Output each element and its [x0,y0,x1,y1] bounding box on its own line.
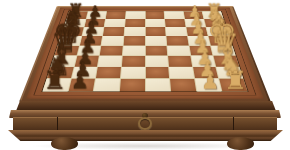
square-f3[interactable] [166,27,187,35]
bun-foot-left [51,137,78,150]
piece-white-pawn[interactable]: ♟ [201,74,219,93]
square-e4[interactable] [145,36,166,45]
square-a1[interactable]: ♜ [220,79,248,92]
square-a8[interactable]: ♜ [42,79,70,92]
piece-black-rook[interactable]: ♜ [43,69,66,93]
board-frame-burl-border: ♜♟♟♜♞♟♟♞♝♟♟♝♚♟♟♚♛♟♟♛♝♟♟♝♞♟♟♞♜♟♟♜ [26,8,264,99]
square-e3[interactable] [167,36,189,45]
chess-set-scene: ♜♟♟♜♞♟♟♞♝♟♟♝♚♟♟♚♛♟♟♛♝♟♟♝♞♟♟♞♜♟♟♜ [0,0,290,150]
square-g3[interactable] [165,19,185,27]
square-d4[interactable] [145,46,167,56]
square-e6[interactable] [102,36,124,45]
square-g6[interactable] [105,19,125,27]
square-a3[interactable] [170,79,196,92]
square-e5[interactable] [124,36,145,45]
square-b4[interactable] [145,67,169,79]
square-b6[interactable] [96,67,121,79]
square-c6[interactable] [98,56,122,67]
square-f4[interactable] [145,27,165,35]
square-g4[interactable] [145,19,165,27]
piece-black-pawn[interactable]: ♟ [71,74,89,93]
square-f6[interactable] [103,27,124,35]
square-h4[interactable] [145,11,164,18]
square-a4[interactable] [145,79,170,92]
square-b3[interactable] [169,67,194,79]
piece-white-rook[interactable]: ♜ [224,69,247,93]
square-d5[interactable] [123,46,145,56]
square-d3[interactable] [167,46,190,56]
square-b5[interactable] [121,67,145,79]
square-a2[interactable]: ♟ [195,79,222,92]
chess-board: ♜♟♟♜♞♟♟♞♝♟♟♝♚♟♟♚♛♟♟♛♝♟♟♝♞♟♟♞♜♟♟♜ [19,6,271,102]
square-a5[interactable] [120,79,145,92]
square-h3[interactable] [164,11,184,18]
drawer-front[interactable] [13,117,277,132]
square-a7[interactable]: ♟ [68,79,95,92]
drawer-ring-pull[interactable] [137,112,153,132]
square-h6[interactable] [106,11,126,18]
square-d6[interactable] [100,46,123,56]
bun-foot-right [227,137,254,150]
board-perspective-scene: ♜♟♟♜♞♟♟♞♝♟♟♝♚♟♟♚♛♟♟♛♝♟♟♝♞♟♟♞♜♟♟♜ [0,0,290,102]
square-h5[interactable] [126,11,145,18]
square-c3[interactable] [168,56,192,67]
drawer-seam-left [57,117,58,132]
square-c4[interactable] [145,56,168,67]
square-c5[interactable] [122,56,145,67]
board-grid: ♜♟♟♜♞♟♟♞♝♟♟♝♚♟♟♚♛♟♟♛♝♟♟♝♞♟♟♞♜♟♟♜ [41,11,248,92]
square-a6[interactable] [94,79,120,92]
square-f5[interactable] [124,27,144,35]
square-g5[interactable] [125,19,145,27]
drawer-seam-right [233,117,234,132]
ring-icon[interactable] [138,117,152,130]
board-front-edge [16,101,276,111]
